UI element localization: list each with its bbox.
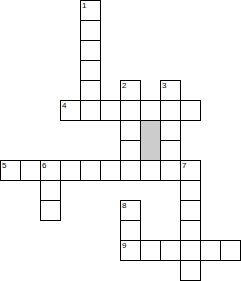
clue-number-1: 1 — [82, 1, 86, 10]
cell-r8-c4[interactable] — [80, 160, 101, 181]
cell-r5-c7[interactable] — [140, 100, 161, 121]
cell-r4-c4[interactable] — [80, 80, 101, 101]
clue-number-4: 4 — [62, 101, 66, 110]
cell-r2-c4[interactable] — [80, 40, 101, 61]
cell-r5-c8[interactable] — [160, 100, 181, 121]
cell-r12-c10[interactable] — [200, 240, 221, 261]
shaded-cell-r6-c7[interactable] — [140, 120, 161, 161]
cell-r8-c7[interactable] — [140, 160, 161, 181]
cell-r4-c6[interactable]: 2 — [120, 80, 141, 101]
cell-r8-c6[interactable] — [120, 160, 141, 181]
cell-r12-c7[interactable] — [140, 240, 161, 261]
clue-number-3: 3 — [162, 81, 166, 90]
cell-r12-c9[interactable] — [180, 240, 201, 261]
cell-r5-c3[interactable]: 4 — [60, 100, 81, 121]
cell-r8-c8[interactable] — [160, 160, 181, 181]
cell-r5-c5[interactable] — [100, 100, 121, 121]
cell-r5-c9[interactable] — [180, 100, 201, 121]
cell-r12-c6[interactable]: 9 — [120, 240, 141, 261]
cell-r5-c6[interactable] — [120, 100, 141, 121]
cell-r6-c6[interactable] — [120, 120, 141, 141]
cell-r1-c4[interactable] — [80, 20, 101, 41]
clue-number-9: 9 — [122, 241, 126, 250]
cell-r8-c5[interactable] — [100, 160, 121, 181]
cell-r10-c2[interactable] — [40, 200, 61, 221]
cell-r11-c9[interactable] — [180, 220, 201, 241]
cell-r8-c9[interactable]: 7 — [180, 160, 201, 181]
cell-r9-c2[interactable] — [40, 180, 61, 201]
clue-number-2: 2 — [122, 81, 126, 90]
cell-r7-c6[interactable] — [120, 140, 141, 161]
cell-r10-c9[interactable] — [180, 200, 201, 221]
cell-r10-c6[interactable]: 8 — [120, 200, 141, 221]
clue-number-5: 5 — [2, 161, 6, 170]
cell-r8-c3[interactable] — [60, 160, 81, 181]
clue-number-7: 7 — [182, 161, 186, 170]
crossword-board: 123456789 — [0, 0, 241, 281]
cell-r11-c6[interactable] — [120, 220, 141, 241]
cell-r8-c2[interactable]: 6 — [40, 160, 61, 181]
cell-r7-c8[interactable] — [160, 140, 181, 161]
cell-r4-c8[interactable]: 3 — [160, 80, 181, 101]
clue-number-8: 8 — [122, 201, 126, 210]
cell-r12-c11[interactable] — [220, 240, 241, 261]
cell-r3-c4[interactable] — [80, 60, 101, 81]
cell-r9-c9[interactable] — [180, 180, 201, 201]
cell-r5-c4[interactable] — [80, 100, 101, 121]
cell-r8-c0[interactable]: 5 — [0, 160, 21, 181]
clue-number-6: 6 — [42, 161, 46, 170]
cell-r6-c8[interactable] — [160, 120, 181, 141]
cell-r13-c9[interactable] — [180, 260, 201, 281]
cell-r8-c1[interactable] — [20, 160, 41, 181]
cell-r12-c8[interactable] — [160, 240, 181, 261]
cell-r0-c4[interactable]: 1 — [80, 0, 101, 21]
